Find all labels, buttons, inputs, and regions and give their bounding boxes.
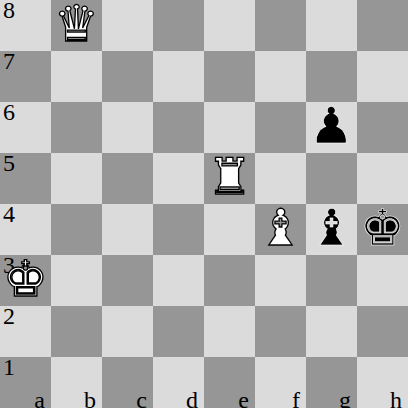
square-d2[interactable] — [153, 306, 204, 357]
square-d8[interactable] — [153, 0, 204, 51]
square-g7[interactable] — [306, 51, 357, 102]
rank-label-8: 8 — [3, 0, 15, 23]
square-d4[interactable] — [153, 204, 204, 255]
white-king-piece[interactable]: ♚ — [0, 255, 51, 306]
square-d7[interactable] — [153, 51, 204, 102]
square-c6[interactable] — [102, 102, 153, 153]
square-e4[interactable] — [204, 204, 255, 255]
square-b8[interactable]: ♛ — [51, 0, 102, 51]
rank-label-1: 1 — [3, 355, 15, 380]
file-label-b: b — [84, 388, 96, 408]
rank-label-5: 5 — [3, 151, 15, 176]
square-h7[interactable] — [357, 51, 408, 102]
square-b3[interactable] — [51, 255, 102, 306]
square-b2[interactable] — [51, 306, 102, 357]
square-h5[interactable] — [357, 153, 408, 204]
square-g8[interactable] — [306, 0, 357, 51]
square-a2[interactable]: 2 — [0, 306, 51, 357]
square-h4[interactable]: ♚ — [357, 204, 408, 255]
square-h6[interactable] — [357, 102, 408, 153]
black-bishop-piece[interactable]: ♝ — [306, 204, 357, 255]
square-a4[interactable]: 4 — [0, 204, 51, 255]
square-b4[interactable] — [51, 204, 102, 255]
square-c3[interactable] — [102, 255, 153, 306]
square-h2[interactable] — [357, 306, 408, 357]
square-c5[interactable] — [102, 153, 153, 204]
square-f8[interactable] — [255, 0, 306, 51]
square-g4[interactable]: ♝ — [306, 204, 357, 255]
chess-board: 8♛76♟5♜4♝♝♚3♚21abcdefgh — [0, 0, 408, 408]
black-king-piece[interactable]: ♚ — [357, 204, 408, 255]
square-e6[interactable] — [204, 102, 255, 153]
file-label-a: a — [34, 388, 45, 408]
square-e3[interactable] — [204, 255, 255, 306]
square-h3[interactable] — [357, 255, 408, 306]
square-d3[interactable] — [153, 255, 204, 306]
file-label-e: e — [238, 388, 249, 408]
file-label-g: g — [339, 388, 351, 408]
file-label-f: f — [292, 388, 300, 408]
square-a1[interactable]: 1a — [0, 357, 51, 408]
square-c2[interactable] — [102, 306, 153, 357]
square-d6[interactable] — [153, 102, 204, 153]
file-label-h: h — [390, 388, 402, 408]
square-d1[interactable]: d — [153, 357, 204, 408]
square-g1[interactable]: g — [306, 357, 357, 408]
square-a8[interactable]: 8 — [0, 0, 51, 51]
square-c7[interactable] — [102, 51, 153, 102]
square-e7[interactable] — [204, 51, 255, 102]
square-c4[interactable] — [102, 204, 153, 255]
square-g6[interactable]: ♟ — [306, 102, 357, 153]
rank-label-6: 6 — [3, 100, 15, 125]
square-f7[interactable] — [255, 51, 306, 102]
square-f4[interactable]: ♝ — [255, 204, 306, 255]
square-c1[interactable]: c — [102, 357, 153, 408]
square-b1[interactable]: b — [51, 357, 102, 408]
square-a3[interactable]: 3♚ — [0, 255, 51, 306]
square-a7[interactable]: 7 — [0, 51, 51, 102]
square-e5[interactable]: ♜ — [204, 153, 255, 204]
file-label-c: c — [136, 388, 147, 408]
square-g3[interactable] — [306, 255, 357, 306]
square-b7[interactable] — [51, 51, 102, 102]
square-f1[interactable]: f — [255, 357, 306, 408]
square-f5[interactable] — [255, 153, 306, 204]
square-e2[interactable] — [204, 306, 255, 357]
square-g5[interactable] — [306, 153, 357, 204]
square-b6[interactable] — [51, 102, 102, 153]
square-e8[interactable] — [204, 0, 255, 51]
square-f6[interactable] — [255, 102, 306, 153]
square-b5[interactable] — [51, 153, 102, 204]
black-pawn-piece[interactable]: ♟ — [306, 102, 357, 153]
square-d5[interactable] — [153, 153, 204, 204]
rank-label-7: 7 — [3, 49, 15, 74]
square-a5[interactable]: 5 — [0, 153, 51, 204]
square-g2[interactable] — [306, 306, 357, 357]
white-bishop-piece[interactable]: ♝ — [255, 204, 306, 255]
square-a6[interactable]: 6 — [0, 102, 51, 153]
file-label-d: d — [186, 388, 198, 408]
square-c8[interactable] — [102, 0, 153, 51]
white-rook-piece[interactable]: ♜ — [204, 153, 255, 204]
square-f2[interactable] — [255, 306, 306, 357]
square-e1[interactable]: e — [204, 357, 255, 408]
square-h8[interactable] — [357, 0, 408, 51]
rank-label-4: 4 — [3, 202, 15, 227]
square-f3[interactable] — [255, 255, 306, 306]
square-h1[interactable]: h — [357, 357, 408, 408]
white-queen-piece[interactable]: ♛ — [51, 0, 102, 51]
